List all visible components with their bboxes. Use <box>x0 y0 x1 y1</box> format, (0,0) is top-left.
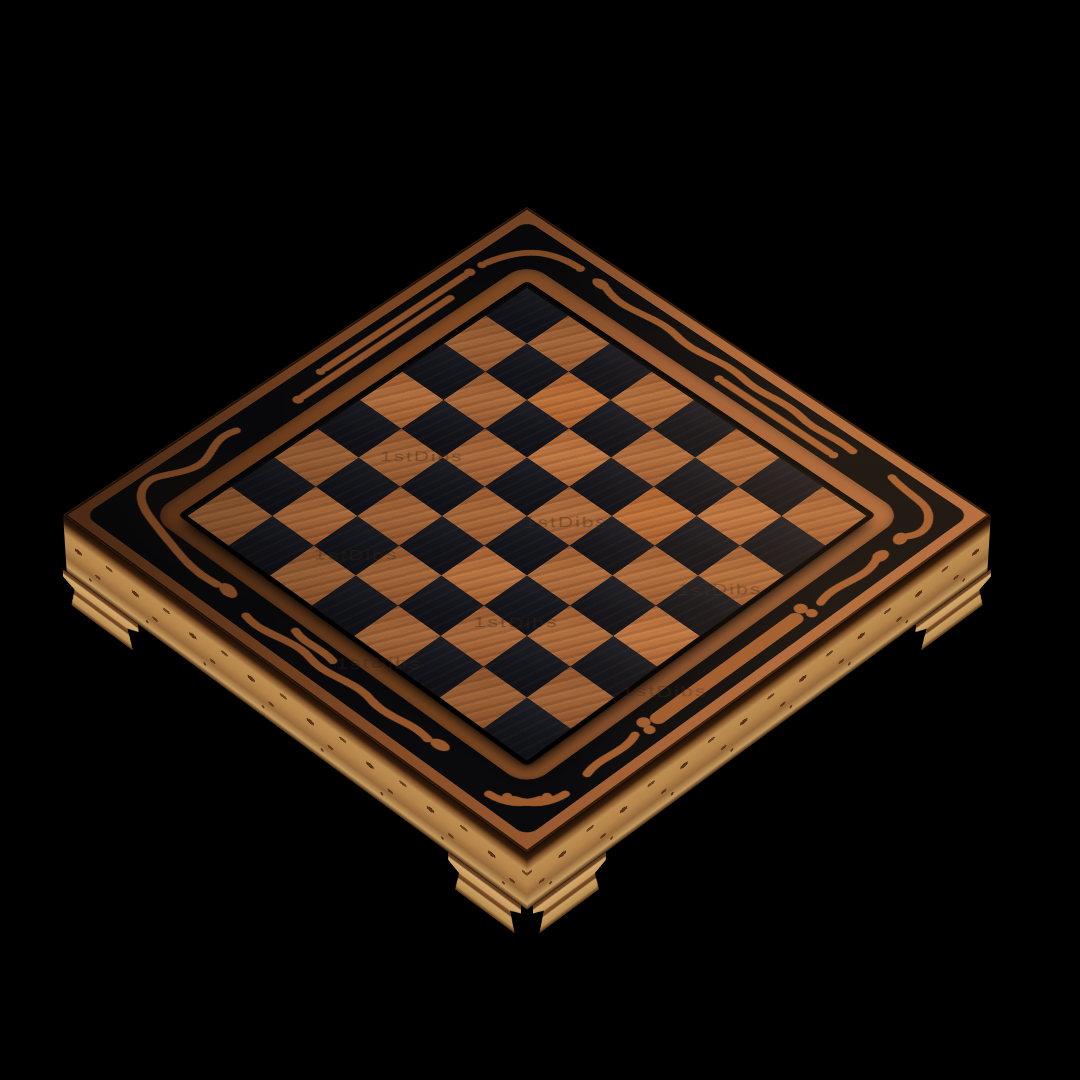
watermark-text: 1stDibs <box>314 546 399 563</box>
square-r5c7[interactable] <box>570 575 656 635</box>
square-r6c5[interactable] <box>441 546 527 606</box>
square-r2c8[interactable] <box>740 516 825 575</box>
watermark-text: 1stDibs <box>524 514 608 531</box>
square-r8c5[interactable] <box>354 606 440 667</box>
square-r8c8[interactable] <box>483 697 570 760</box>
square-r7c8[interactable] <box>527 667 614 729</box>
scene-background: 1stDibs1stDibs1stDibs1stDibs1stDibs1stDi… <box>0 0 1080 1080</box>
watermark-text: 1stDibs <box>677 581 762 598</box>
square-r8c3[interactable] <box>270 546 356 606</box>
square-r5c6[interactable] <box>527 546 613 606</box>
square-r5c8[interactable] <box>613 606 699 667</box>
square-r7c3[interactable] <box>314 516 399 575</box>
square-r6c6[interactable] <box>484 575 570 635</box>
square-r8c2[interactable] <box>229 516 314 575</box>
square-r6c7[interactable] <box>527 606 613 667</box>
square-r7c4[interactable] <box>356 546 442 606</box>
square-r4c7[interactable] <box>613 546 699 606</box>
square-r3c8[interactable] <box>698 546 784 606</box>
watermark-text: 1stDibs <box>336 654 422 671</box>
square-r3c7[interactable] <box>655 516 740 575</box>
square-r8c4[interactable] <box>312 575 398 635</box>
square-r7c5[interactable] <box>398 575 484 635</box>
board-top-face: 1stDibs1stDibs1stDibs1stDibs1stDibs1stDi… <box>63 207 991 853</box>
square-r4c6[interactable] <box>570 516 655 575</box>
square-r6c4[interactable] <box>399 516 484 575</box>
square-r8c7[interactable] <box>440 667 527 729</box>
square-r8c6[interactable] <box>397 636 484 698</box>
square-r7c7[interactable] <box>484 636 571 698</box>
square-r7c6[interactable] <box>441 606 527 667</box>
watermark-text: 1stDibs <box>622 683 709 701</box>
square-r6c8[interactable] <box>570 636 657 698</box>
square-r5c5[interactable] <box>484 516 569 575</box>
square-r4c8[interactable] <box>656 575 742 635</box>
watermark-text: 1stDibs <box>474 614 559 631</box>
